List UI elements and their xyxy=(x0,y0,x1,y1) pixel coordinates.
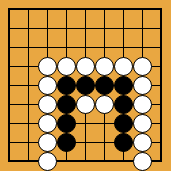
intersection-h7[interactable] xyxy=(133,38,152,57)
intersection-g6[interactable] xyxy=(114,57,133,76)
intersection-e4[interactable] xyxy=(76,95,95,114)
intersection-i7[interactable] xyxy=(152,38,171,57)
intersection-h4[interactable] xyxy=(133,95,152,114)
intersection-a4[interactable] xyxy=(0,95,19,114)
intersection-d5[interactable] xyxy=(57,76,76,95)
intersection-g4[interactable] xyxy=(114,95,133,114)
intersection-g7[interactable] xyxy=(114,38,133,57)
intersection-c3[interactable] xyxy=(38,114,57,133)
intersection-g1[interactable] xyxy=(114,152,133,171)
intersection-f9[interactable] xyxy=(95,0,114,19)
black-stone xyxy=(57,95,76,114)
intersection-b7[interactable] xyxy=(19,38,38,57)
intersection-a2[interactable] xyxy=(0,133,19,152)
intersection-f4[interactable] xyxy=(95,95,114,114)
intersection-h1[interactable] xyxy=(133,152,152,171)
intersection-i6[interactable] xyxy=(152,57,171,76)
intersection-d8[interactable] xyxy=(57,19,76,38)
intersection-i1[interactable] xyxy=(152,152,171,171)
black-stone xyxy=(114,76,133,95)
intersection-i4[interactable] xyxy=(152,95,171,114)
intersection-f2[interactable] xyxy=(95,133,114,152)
white-stone xyxy=(38,57,57,76)
black-stone xyxy=(57,76,76,95)
intersection-c5[interactable] xyxy=(38,76,57,95)
intersection-c8[interactable] xyxy=(38,19,57,38)
intersection-f3[interactable] xyxy=(95,114,114,133)
intersection-f5[interactable] xyxy=(95,76,114,95)
intersection-d2[interactable] xyxy=(57,133,76,152)
intersection-c4[interactable] xyxy=(38,95,57,114)
white-stone xyxy=(114,57,133,76)
intersection-i8[interactable] xyxy=(152,19,171,38)
intersection-e8[interactable] xyxy=(76,19,95,38)
black-stone xyxy=(114,133,133,152)
intersection-d7[interactable] xyxy=(57,38,76,57)
intersection-c2[interactable] xyxy=(38,133,57,152)
intersection-e3[interactable] xyxy=(76,114,95,133)
white-stone xyxy=(38,95,57,114)
intersection-e1[interactable] xyxy=(76,152,95,171)
intersection-a1[interactable] xyxy=(0,152,19,171)
black-stone xyxy=(114,114,133,133)
intersection-f1[interactable] xyxy=(95,152,114,171)
intersection-b4[interactable] xyxy=(19,95,38,114)
intersection-f8[interactable] xyxy=(95,19,114,38)
intersection-h2[interactable] xyxy=(133,133,152,152)
intersection-i3[interactable] xyxy=(152,114,171,133)
intersection-d9[interactable] xyxy=(57,0,76,19)
intersection-a5[interactable] xyxy=(0,76,19,95)
intersection-d4[interactable] xyxy=(57,95,76,114)
intersection-b2[interactable] xyxy=(19,133,38,152)
board-intersections xyxy=(0,0,171,171)
intersection-i5[interactable] xyxy=(152,76,171,95)
black-stone xyxy=(57,114,76,133)
intersection-e5[interactable] xyxy=(76,76,95,95)
white-stone xyxy=(38,133,57,152)
intersection-d3[interactable] xyxy=(57,114,76,133)
white-stone xyxy=(95,95,114,114)
intersection-i9[interactable] xyxy=(152,0,171,19)
intersection-b1[interactable] xyxy=(19,152,38,171)
intersection-f7[interactable] xyxy=(95,38,114,57)
intersection-g8[interactable] xyxy=(114,19,133,38)
black-stone xyxy=(114,95,133,114)
intersection-h8[interactable] xyxy=(133,19,152,38)
intersection-g9[interactable] xyxy=(114,0,133,19)
intersection-b5[interactable] xyxy=(19,76,38,95)
intersection-h5[interactable] xyxy=(133,76,152,95)
intersection-h9[interactable] xyxy=(133,0,152,19)
black-stone xyxy=(57,133,76,152)
white-stone xyxy=(133,95,152,114)
intersection-f6[interactable] xyxy=(95,57,114,76)
intersection-e6[interactable] xyxy=(76,57,95,76)
white-stone xyxy=(38,114,57,133)
white-stone xyxy=(76,57,95,76)
white-stone xyxy=(133,57,152,76)
intersection-a7[interactable] xyxy=(0,38,19,57)
white-stone xyxy=(133,152,152,171)
intersection-a6[interactable] xyxy=(0,57,19,76)
white-stone xyxy=(133,76,152,95)
intersection-b8[interactable] xyxy=(19,19,38,38)
intersection-h6[interactable] xyxy=(133,57,152,76)
go-board xyxy=(0,0,171,171)
intersection-c6[interactable] xyxy=(38,57,57,76)
intersection-g3[interactable] xyxy=(114,114,133,133)
white-stone xyxy=(95,57,114,76)
go-app-screen xyxy=(0,0,171,171)
black-stone xyxy=(76,76,95,95)
intersection-h3[interactable] xyxy=(133,114,152,133)
white-stone xyxy=(133,114,152,133)
intersection-c1[interactable] xyxy=(38,152,57,171)
white-stone xyxy=(57,57,76,76)
black-stone xyxy=(95,76,114,95)
intersection-b3[interactable] xyxy=(19,114,38,133)
intersection-d1[interactable] xyxy=(57,152,76,171)
intersection-g5[interactable] xyxy=(114,76,133,95)
intersection-e7[interactable] xyxy=(76,38,95,57)
intersection-c7[interactable] xyxy=(38,38,57,57)
intersection-g2[interactable] xyxy=(114,133,133,152)
intersection-a8[interactable] xyxy=(0,19,19,38)
intersection-a9[interactable] xyxy=(0,0,19,19)
white-stone xyxy=(38,152,57,171)
intersection-i2[interactable] xyxy=(152,133,171,152)
intersection-b6[interactable] xyxy=(19,57,38,76)
intersection-b9[interactable] xyxy=(19,0,38,19)
intersection-d6[interactable] xyxy=(57,57,76,76)
white-stone xyxy=(76,95,95,114)
white-stone xyxy=(133,133,152,152)
white-stone xyxy=(38,76,57,95)
intersection-a3[interactable] xyxy=(0,114,19,133)
intersection-c9[interactable] xyxy=(38,0,57,19)
intersection-e2[interactable] xyxy=(76,133,95,152)
intersection-e9[interactable] xyxy=(76,0,95,19)
